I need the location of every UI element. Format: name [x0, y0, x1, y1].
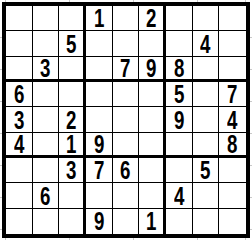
- given-digit: 5: [174, 82, 184, 107]
- cell-r4c4[interactable]: [86, 82, 113, 107]
- cell-r4c9[interactable]: 7: [219, 82, 246, 107]
- given-digit: 9: [94, 209, 104, 234]
- spreadsheet-gridline-tick: [250, 101, 252, 102]
- spreadsheet-gridline-tick: [245, 0, 246, 2]
- given-digit: 1: [146, 209, 156, 234]
- cell-r8c4[interactable]: [86, 183, 113, 208]
- cell-r8c6[interactable]: [139, 183, 166, 208]
- given-digit: 4: [14, 133, 24, 157]
- cell-r9c2[interactable]: [33, 209, 60, 234]
- cell-r3c3[interactable]: [59, 57, 86, 82]
- cell-r4c6[interactable]: [139, 82, 166, 107]
- spreadsheet-gridline-tick: [0, 229, 2, 230]
- cell-r1c3[interactable]: [59, 6, 86, 31]
- spreadsheet-gridline-tick: [133, 0, 134, 2]
- cell-r2c6[interactable]: [139, 31, 166, 56]
- cell-r2c7[interactable]: [166, 31, 193, 56]
- spreadsheet-gridline-tick: [0, 197, 2, 198]
- given-digit: 9: [94, 133, 104, 157]
- cell-r4c5[interactable]: [113, 82, 140, 107]
- cell-r5c9[interactable]: 4: [219, 107, 246, 132]
- spreadsheet-gridline-tick: [0, 101, 2, 102]
- cell-r6c5[interactable]: [113, 133, 140, 158]
- cell-r9c6[interactable]: 1: [139, 209, 166, 234]
- cell-r3c7[interactable]: 8: [166, 57, 193, 82]
- cell-r3c4[interactable]: [86, 57, 113, 82]
- cell-r8c8[interactable]: [193, 183, 220, 208]
- given-digit: 6: [14, 82, 24, 107]
- given-digit: 1: [66, 133, 76, 157]
- cell-r7c5[interactable]: 6: [113, 158, 140, 183]
- cell-r6c2[interactable]: [33, 133, 60, 158]
- given-digit: 2: [66, 107, 76, 132]
- cell-r6c4[interactable]: 9: [86, 133, 113, 158]
- spreadsheet-gridline-tick: [250, 133, 252, 134]
- cell-r9c3[interactable]: [59, 209, 86, 234]
- spreadsheet-gridline-tick: [250, 229, 252, 230]
- spreadsheet-gridline-tick: [250, 197, 252, 198]
- spreadsheet-gridline-tick: [250, 37, 252, 38]
- given-digit: 3: [66, 158, 76, 183]
- cell-r3c5[interactable]: 7: [113, 57, 140, 82]
- cell-r3c9[interactable]: [219, 57, 246, 82]
- cell-r6c9[interactable]: 8: [219, 133, 246, 158]
- cell-r8c7[interactable]: 4: [166, 183, 193, 208]
- given-digit: 6: [40, 183, 50, 208]
- cell-r2c5[interactable]: [113, 31, 140, 56]
- spreadsheet-gridline-tick: [0, 133, 2, 134]
- cell-r3c2[interactable]: 3: [33, 57, 60, 82]
- spreadsheet-gridline-tick: [250, 165, 252, 166]
- cell-r7c2[interactable]: [33, 158, 60, 183]
- given-digit: 6: [120, 158, 130, 183]
- cell-r6c6[interactable]: [139, 133, 166, 158]
- cell-r4c7[interactable]: 5: [166, 82, 193, 107]
- cell-r5c3[interactable]: 2: [59, 107, 86, 132]
- given-digit: 5: [66, 31, 76, 56]
- cell-r5c4[interactable]: [86, 107, 113, 132]
- given-digit: 7: [94, 158, 104, 183]
- given-digit: 4: [227, 107, 237, 132]
- cell-r4c2[interactable]: [33, 82, 60, 107]
- cell-r2c9[interactable]: [219, 31, 246, 56]
- given-digit: 3: [14, 107, 24, 132]
- given-digit: 9: [174, 107, 184, 132]
- cell-r5c5[interactable]: [113, 107, 140, 132]
- cell-r9c4[interactable]: 9: [86, 209, 113, 234]
- cell-r1c9[interactable]: [219, 6, 246, 31]
- cell-r7c7[interactable]: [166, 158, 193, 183]
- spreadsheet-gridline-tick: [5, 0, 6, 2]
- spreadsheet-gridline-tick: [0, 37, 2, 38]
- given-digit: 8: [174, 57, 184, 81]
- cell-r1c5[interactable]: [113, 6, 140, 31]
- cell-r7c8[interactable]: 5: [193, 158, 220, 183]
- cell-r5c7[interactable]: 9: [166, 107, 193, 132]
- cell-r2c8[interactable]: 4: [193, 31, 220, 56]
- given-digit: 1: [94, 6, 104, 31]
- cell-r1c7[interactable]: [166, 6, 193, 31]
- given-digit: 9: [146, 57, 156, 81]
- spreadsheet-gridline-tick: [250, 69, 252, 70]
- spreadsheet-gridline-tick: [69, 0, 70, 2]
- given-digit: 8: [227, 133, 237, 157]
- cell-r2c2[interactable]: [33, 31, 60, 56]
- cell-r8c2[interactable]: 6: [33, 183, 60, 208]
- given-digit: 5: [200, 158, 210, 183]
- cell-r1c1[interactable]: [6, 6, 33, 31]
- cell-r5c1[interactable]: 3: [6, 107, 33, 132]
- cell-r9c8[interactable]: [193, 209, 220, 234]
- cell-r3c8[interactable]: [193, 57, 220, 82]
- cell-r2c1[interactable]: [6, 31, 33, 56]
- cell-r2c4[interactable]: [86, 31, 113, 56]
- cell-r1c6[interactable]: 2: [139, 6, 166, 31]
- cell-r3c1[interactable]: [6, 57, 33, 82]
- cell-r5c2[interactable]: [33, 107, 60, 132]
- cell-r4c3[interactable]: [59, 82, 86, 107]
- cell-r8c9[interactable]: [219, 183, 246, 208]
- cell-r4c1[interactable]: 6: [6, 82, 33, 107]
- cell-r7c4[interactable]: 7: [86, 158, 113, 183]
- cell-r8c3[interactable]: [59, 183, 86, 208]
- cell-r2c3[interactable]: 5: [59, 31, 86, 56]
- cell-r9c1[interactable]: [6, 209, 33, 234]
- cell-r4c8[interactable]: [193, 82, 220, 107]
- spreadsheet-gridline-tick: [197, 0, 198, 2]
- cell-r1c4[interactable]: 1: [86, 6, 113, 31]
- given-digit: 2: [146, 6, 156, 31]
- cell-r7c3[interactable]: 3: [59, 158, 86, 183]
- cell-r1c8[interactable]: [193, 6, 220, 31]
- cell-r7c6[interactable]: [139, 158, 166, 183]
- sudoku-board: 125437986573294419837656491: [2, 2, 250, 238]
- cell-r9c7[interactable]: [166, 209, 193, 234]
- cell-r9c9[interactable]: [219, 209, 246, 234]
- cell-r7c9[interactable]: [219, 158, 246, 183]
- spreadsheet-gridline-tick: [0, 165, 2, 166]
- given-digit: 4: [200, 31, 210, 56]
- cell-r9c5[interactable]: [113, 209, 140, 234]
- cell-r6c1[interactable]: 4: [6, 133, 33, 158]
- cell-r6c3[interactable]: 1: [59, 133, 86, 158]
- cell-r1c2[interactable]: [33, 6, 60, 31]
- given-digit: 4: [174, 183, 184, 208]
- given-digit: 7: [120, 57, 130, 81]
- cell-r6c8[interactable]: [193, 133, 220, 158]
- cell-r8c1[interactable]: [6, 183, 33, 208]
- cell-r8c5[interactable]: [113, 183, 140, 208]
- cell-r5c8[interactable]: [193, 107, 220, 132]
- cell-r3c6[interactable]: 9: [139, 57, 166, 82]
- given-digit: 3: [40, 57, 50, 81]
- spreadsheet-gridline-tick: [0, 69, 2, 70]
- cell-r7c1[interactable]: [6, 158, 33, 183]
- cell-r5c6[interactable]: [139, 107, 166, 132]
- cell-r6c7[interactable]: [166, 133, 193, 158]
- given-digit: 7: [227, 82, 237, 107]
